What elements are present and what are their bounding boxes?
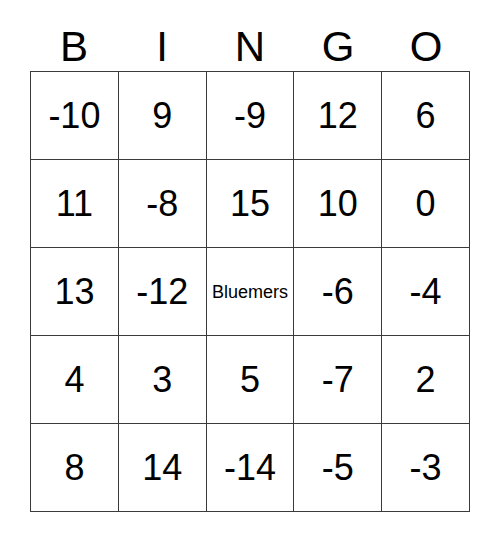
header-letter-g: G: [294, 26, 382, 71]
bingo-cell-r4c3[interactable]: -5: [294, 424, 381, 511]
bingo-cell-r1c3[interactable]: 10: [294, 160, 381, 247]
bingo-free-space[interactable]: Bluemers: [207, 248, 294, 335]
bingo-cell-r1c1[interactable]: -8: [119, 160, 206, 247]
bingo-cell-r0c1[interactable]: 9: [119, 72, 206, 159]
bingo-card: B I N G O -10 9 -9 12 6 11 -8 15 10 0 13…: [30, 0, 470, 512]
bingo-cell-r4c4[interactable]: -3: [382, 424, 469, 511]
bingo-cell-r2c4[interactable]: -4: [382, 248, 469, 335]
bingo-cell-r4c2[interactable]: -14: [207, 424, 294, 511]
bingo-cell-r3c4[interactable]: 2: [382, 336, 469, 423]
bingo-cell-r3c1[interactable]: 3: [119, 336, 206, 423]
header-letter-b: B: [30, 26, 118, 71]
bingo-cell-r2c0[interactable]: 13: [31, 248, 118, 335]
bingo-cell-r1c2[interactable]: 15: [207, 160, 294, 247]
bingo-cell-r3c3[interactable]: -7: [294, 336, 381, 423]
bingo-cell-r3c2[interactable]: 5: [207, 336, 294, 423]
bingo-cell-r0c0[interactable]: -10: [31, 72, 118, 159]
header-letter-i: I: [118, 26, 206, 71]
bingo-header: B I N G O: [30, 0, 470, 71]
bingo-grid: -10 9 -9 12 6 11 -8 15 10 0 13 -12 Bluem…: [30, 71, 470, 512]
bingo-cell-r0c4[interactable]: 6: [382, 72, 469, 159]
header-letter-n: N: [206, 26, 294, 71]
bingo-cell-r0c2[interactable]: -9: [207, 72, 294, 159]
bingo-cell-r2c1[interactable]: -12: [119, 248, 206, 335]
bingo-cell-r1c0[interactable]: 11: [31, 160, 118, 247]
header-letter-o: O: [382, 26, 470, 71]
bingo-cell-r2c3[interactable]: -6: [294, 248, 381, 335]
bingo-cell-r0c3[interactable]: 12: [294, 72, 381, 159]
bingo-cell-r3c0[interactable]: 4: [31, 336, 118, 423]
bingo-cell-r4c1[interactable]: 14: [119, 424, 206, 511]
bingo-cell-r1c4[interactable]: 0: [382, 160, 469, 247]
bingo-cell-r4c0[interactable]: 8: [31, 424, 118, 511]
